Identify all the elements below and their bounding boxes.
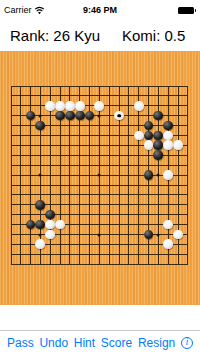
black-stone <box>154 111 164 121</box>
white-stone <box>45 220 55 230</box>
black-stone <box>36 200 46 210</box>
pass-button[interactable]: Pass <box>7 336 34 350</box>
star-point <box>39 174 42 177</box>
go-board[interactable] <box>0 51 200 305</box>
grid-line-horizontal <box>11 214 189 215</box>
info-button[interactable]: i <box>181 337 193 349</box>
white-stone <box>95 101 105 111</box>
black-stone <box>154 140 164 150</box>
black-stone <box>26 220 36 230</box>
grid-line-vertical <box>187 86 188 265</box>
white-stone <box>173 230 183 240</box>
black-stone <box>75 111 85 121</box>
star-point <box>98 174 101 177</box>
status-bar: Carrier 9:46 PM <box>0 0 200 20</box>
star-point <box>157 233 160 236</box>
resign-button[interactable]: Resign <box>138 336 175 350</box>
white-stone <box>65 101 75 111</box>
grid-line-horizontal <box>11 254 189 255</box>
grid-line-vertical <box>138 86 139 265</box>
black-stone <box>36 220 46 230</box>
black-stone <box>85 111 95 121</box>
white-stone <box>144 140 154 150</box>
white-stone <box>163 220 173 230</box>
black-stone <box>65 111 75 121</box>
star-point <box>98 233 101 236</box>
black-stone <box>26 111 36 121</box>
white-stone <box>134 131 144 141</box>
clock-label: 9:46 PM <box>0 0 200 20</box>
toolbar: Pass Undo Hint Score Resign i <box>0 330 200 355</box>
black-stone <box>144 230 154 240</box>
battery-icon <box>178 7 194 14</box>
grid-line-vertical <box>109 86 110 265</box>
black-stone <box>36 121 46 131</box>
game-info-header: Rank: 26 Kyu Komi: 0.5 <box>0 20 200 51</box>
score-button[interactable]: Score <box>101 336 132 350</box>
star-point <box>39 114 42 117</box>
white-stone <box>55 101 65 111</box>
grid-line-horizontal <box>11 264 189 265</box>
white-stone <box>163 140 173 150</box>
last-move-marker <box>117 114 121 118</box>
white-stone <box>55 220 65 230</box>
black-stone <box>144 121 154 131</box>
grid-line-horizontal <box>11 185 189 186</box>
white-stone <box>163 170 173 180</box>
grid-line-horizontal <box>11 194 189 195</box>
star-point <box>98 114 101 117</box>
undo-button[interactable]: Undo <box>39 336 68 350</box>
black-stone <box>154 150 164 160</box>
black-stone <box>163 121 173 131</box>
rank-label: Rank: 26 Kyu <box>10 27 100 44</box>
star-point <box>157 174 160 177</box>
white-stone <box>75 101 85 111</box>
white-stone <box>163 239 173 249</box>
black-stone <box>154 131 164 141</box>
white-stone <box>45 230 55 240</box>
white-stone <box>163 131 173 141</box>
black-stone <box>55 111 65 121</box>
komi-label: Komi: 0.5 <box>122 27 185 44</box>
black-stone <box>144 170 154 180</box>
white-stone <box>134 101 144 111</box>
white-stone <box>45 101 55 111</box>
black-stone <box>144 131 154 141</box>
star-point <box>39 233 42 236</box>
white-stone <box>173 140 183 150</box>
white-stone <box>36 239 46 249</box>
grid-line-vertical <box>128 86 129 265</box>
black-stone <box>45 210 55 220</box>
app-screen: Carrier 9:46 PM Rank: 26 Kyu Komi: 0.5 P… <box>0 0 200 355</box>
hint-button[interactable]: Hint <box>74 336 95 350</box>
